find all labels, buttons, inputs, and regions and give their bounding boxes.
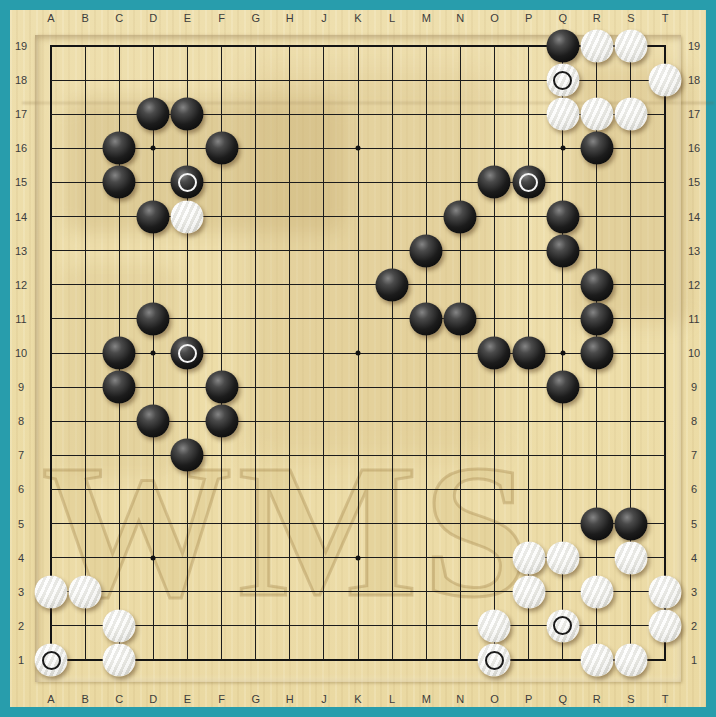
stone-q13[interactable] [546,234,579,267]
row-label-left-14: 14 [15,211,27,223]
col-label-top-H: H [286,12,294,24]
row-label-left-17: 17 [15,108,27,120]
stone-r12[interactable] [580,268,613,301]
stone-r16[interactable] [580,132,613,165]
circle-marker-a1 [42,651,61,670]
col-label-top-A: A [47,12,54,24]
star-point-k10 [356,351,361,356]
row-label-left-11: 11 [15,313,26,325]
stone-n14[interactable] [444,200,477,233]
stone-b3[interactable] [69,575,102,608]
col-label-top-P: P [525,12,532,24]
stone-f8[interactable] [205,405,238,438]
stone-d14[interactable] [137,200,170,233]
col-label-bottom-N: N [456,693,464,705]
row-label-left-13: 13 [15,245,27,257]
col-label-top-J: J [321,12,327,24]
row-label-right-6: 6 [691,483,697,495]
stone-q18[interactable] [546,64,579,97]
col-label-top-S: S [627,12,634,24]
row-label-right-19: 19 [688,40,700,52]
star-point-q16 [560,146,565,151]
stone-p3[interactable] [512,575,545,608]
row-label-left-15: 15 [15,176,27,188]
row-label-right-12: 12 [688,279,700,291]
row-label-left-10: 10 [15,347,27,359]
col-label-bottom-L: L [389,693,395,705]
stone-r1[interactable] [580,644,613,677]
col-label-bottom-G: G [251,693,260,705]
stone-q2[interactable] [546,609,579,642]
row-label-right-18: 18 [688,74,700,86]
grid-line [51,489,665,490]
col-label-bottom-B: B [81,693,88,705]
stone-p15[interactable] [512,166,545,199]
stone-d17[interactable] [137,98,170,131]
circle-marker-p15 [519,173,538,192]
col-label-bottom-A: A [47,693,54,705]
col-label-top-L: L [389,12,395,24]
grid-line [51,523,665,524]
grid-line [51,455,665,456]
col-label-top-N: N [456,12,464,24]
grid-line [392,46,393,660]
stone-q9[interactable] [546,371,579,404]
stone-c16[interactable] [103,132,136,165]
stone-e17[interactable] [171,98,204,131]
stone-e7[interactable] [171,439,204,472]
circle-marker-e15 [178,173,197,192]
board-grid[interactable]: AABBCCDDEEFFGGHHJJKKLLMMNNOOPPQQRRSSTT19… [0,0,716,717]
circle-marker-q2 [553,616,572,635]
stone-l12[interactable] [376,268,409,301]
row-label-left-3: 3 [18,586,24,598]
row-label-right-8: 8 [691,415,697,427]
stone-s1[interactable] [614,644,647,677]
col-label-bottom-K: K [354,693,361,705]
stone-o1[interactable] [478,644,511,677]
stone-s19[interactable] [614,30,647,63]
col-label-bottom-T: T [662,693,669,705]
stone-s5[interactable] [614,507,647,540]
stone-o10[interactable] [478,337,511,370]
stone-c1[interactable] [103,644,136,677]
col-label-top-O: O [490,12,499,24]
col-label-top-Q: Q [558,12,567,24]
stone-d11[interactable] [137,302,170,335]
row-label-left-6: 6 [18,483,24,495]
stone-c10[interactable] [103,337,136,370]
stone-t3[interactable] [649,575,682,608]
row-label-left-2: 2 [18,620,24,632]
row-label-right-16: 16 [688,142,700,154]
row-label-right-4: 4 [691,552,697,564]
row-label-left-9: 9 [18,381,24,393]
star-point-k4 [356,555,361,560]
col-label-bottom-Q: Q [558,693,567,705]
row-label-right-11: 11 [688,313,699,325]
stone-t18[interactable] [649,64,682,97]
stone-s4[interactable] [614,541,647,574]
circle-marker-q18 [553,71,572,90]
row-label-left-5: 5 [18,518,24,530]
stone-e10[interactable] [171,337,204,370]
stone-p10[interactable] [512,337,545,370]
row-label-left-8: 8 [18,415,24,427]
stone-q14[interactable] [546,200,579,233]
col-label-top-C: C [115,12,123,24]
col-label-bottom-P: P [525,693,532,705]
star-point-k16 [356,146,361,151]
grid-line [426,46,427,660]
col-label-top-F: F [218,12,225,24]
stone-c15[interactable] [103,166,136,199]
row-label-right-7: 7 [691,449,697,461]
star-point-d10 [151,351,156,356]
row-label-left-12: 12 [15,279,27,291]
stone-r17[interactable] [580,98,613,131]
stone-r10[interactable] [580,337,613,370]
star-point-q10 [560,351,565,356]
stone-q4[interactable] [546,541,579,574]
stone-a1[interactable] [35,644,68,677]
col-label-top-M: M [422,12,431,24]
stone-r19[interactable] [580,30,613,63]
circle-marker-o1 [485,651,504,670]
stone-a3[interactable] [35,575,68,608]
stone-o2[interactable] [478,609,511,642]
col-label-top-R: R [593,12,601,24]
col-label-top-E: E [184,12,191,24]
go-board-screenshot: WMS AABBCCDDEEFFGGHHJJKKLLMMNNOOPPQQRRSS… [0,0,716,717]
stone-p4[interactable] [512,541,545,574]
stone-e14[interactable] [171,200,204,233]
stone-t2[interactable] [649,609,682,642]
stone-f16[interactable] [205,132,238,165]
stone-m13[interactable] [410,234,443,267]
grid-line [460,46,461,660]
row-label-right-3: 3 [691,586,697,598]
stone-f9[interactable] [205,371,238,404]
col-label-top-K: K [354,12,361,24]
row-label-left-19: 19 [15,40,27,52]
col-label-bottom-J: J [321,693,327,705]
stone-r11[interactable] [580,302,613,335]
stone-r5[interactable] [580,507,613,540]
stone-r3[interactable] [580,575,613,608]
row-label-right-5: 5 [691,518,697,530]
row-label-left-18: 18 [15,74,27,86]
row-label-right-2: 2 [691,620,697,632]
star-point-d4 [151,555,156,560]
col-label-bottom-F: F [218,693,225,705]
col-label-bottom-M: M [422,693,431,705]
col-label-top-T: T [662,12,669,24]
stone-q19[interactable] [546,30,579,63]
row-label-right-14: 14 [688,211,700,223]
row-label-right-13: 13 [688,245,700,257]
col-label-top-G: G [251,12,260,24]
stone-e15[interactable] [171,166,204,199]
stone-n11[interactable] [444,302,477,335]
row-label-right-9: 9 [691,381,697,393]
row-label-right-1: 1 [691,654,697,666]
stone-q17[interactable] [546,98,579,131]
row-label-right-17: 17 [688,108,700,120]
grid-line [51,591,665,592]
circle-marker-e10 [178,344,197,363]
col-label-bottom-H: H [286,693,294,705]
col-label-bottom-D: D [149,693,157,705]
stone-c2[interactable] [103,609,136,642]
col-label-top-D: D [149,12,157,24]
row-label-right-15: 15 [688,176,700,188]
row-label-left-1: 1 [18,654,24,666]
row-label-right-10: 10 [688,347,700,359]
row-label-left-7: 7 [18,449,24,461]
stone-m11[interactable] [410,302,443,335]
stone-c9[interactable] [103,371,136,404]
stone-s17[interactable] [614,98,647,131]
col-label-top-B: B [81,12,88,24]
col-label-bottom-R: R [593,693,601,705]
col-label-bottom-C: C [115,693,123,705]
star-point-d16 [151,146,156,151]
col-label-bottom-E: E [184,693,191,705]
col-label-bottom-O: O [490,693,499,705]
row-label-left-16: 16 [15,142,27,154]
stone-d8[interactable] [137,405,170,438]
col-label-bottom-S: S [627,693,634,705]
stone-o15[interactable] [478,166,511,199]
row-label-left-4: 4 [18,552,24,564]
